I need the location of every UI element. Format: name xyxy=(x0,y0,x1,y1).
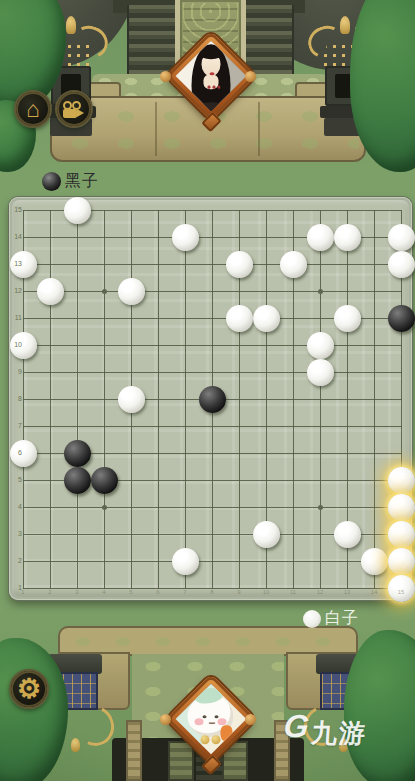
white-stone-icon xyxy=(303,610,321,628)
stone-white-O2[interactable] xyxy=(388,548,415,575)
stone-white-C15[interactable] xyxy=(64,197,91,224)
col-label-5: 5 xyxy=(127,589,135,595)
star-point xyxy=(318,505,323,510)
row-label-13: 13 xyxy=(12,260,22,267)
star-point xyxy=(318,289,323,294)
col-label-1: 1 xyxy=(19,589,27,595)
col-label-2: 2 xyxy=(46,589,54,595)
stone-black-C5[interactable] xyxy=(64,467,91,494)
record-button[interactable] xyxy=(55,90,93,128)
white-player-label: 白子 xyxy=(303,608,359,629)
row-label-7: 7 xyxy=(12,422,22,429)
col-label-11: 11 xyxy=(289,589,297,595)
stone-white-L9[interactable] xyxy=(307,359,334,386)
stone-white-L10[interactable] xyxy=(307,332,334,359)
row-label-9: 9 xyxy=(12,368,22,375)
black-player-label: 黑子 xyxy=(42,171,99,192)
col-label-6: 6 xyxy=(154,589,162,595)
black-stone-icon xyxy=(42,172,61,191)
stone-black-O11[interactable] xyxy=(388,305,415,332)
col-label-7: 7 xyxy=(181,589,189,595)
frame-ornament-left xyxy=(160,71,171,82)
board[interactable]: 151413121110987654321 123456789101112131… xyxy=(9,197,412,600)
stone-white-M14[interactable] xyxy=(334,224,361,251)
home-button[interactable]: ⌂ xyxy=(14,90,52,128)
video-camera-icon xyxy=(63,101,85,118)
row-label-14: 14 xyxy=(12,233,22,240)
col-label-8: 8 xyxy=(208,589,216,595)
row-label-15: 15 xyxy=(12,206,22,213)
stone-white-G2[interactable] xyxy=(172,548,199,575)
watermark-logo-icon: G xyxy=(282,710,310,742)
stairs-right-decor xyxy=(246,5,294,79)
black-player-text: 黑子 xyxy=(65,171,99,192)
col-label-15: 15 xyxy=(397,589,405,595)
row-label-11: 11 xyxy=(12,314,22,321)
watermark-text: 九游 xyxy=(310,716,368,751)
carved-pillar-left-decor xyxy=(126,720,142,781)
col-label-10: 10 xyxy=(262,589,270,595)
stone-white-J11[interactable] xyxy=(253,305,280,332)
stone-black-C6[interactable] xyxy=(64,440,91,467)
stone-white-J3[interactable] xyxy=(253,521,280,548)
col-label-12: 12 xyxy=(316,589,324,595)
frame-ornament-right xyxy=(245,71,256,82)
stone-white-O4[interactable] xyxy=(388,494,415,521)
stairs-left-decor xyxy=(127,5,175,79)
row-label-3: 3 xyxy=(12,530,22,537)
row-label-10: 10 xyxy=(12,341,22,348)
stone-white-L14[interactable] xyxy=(307,224,334,251)
stone-white-G14[interactable] xyxy=(172,224,199,251)
row-label-12: 12 xyxy=(12,287,22,294)
stone-white-K13[interactable] xyxy=(280,251,307,278)
stone-white-E8[interactable] xyxy=(118,386,145,413)
stone-white-O5[interactable] xyxy=(388,467,415,494)
stone-white-I13[interactable] xyxy=(226,251,253,278)
col-label-13: 13 xyxy=(343,589,351,595)
grid xyxy=(23,210,402,589)
lantern-finial xyxy=(66,16,76,34)
settings-button[interactable]: ⚙ xyxy=(9,669,49,709)
stone-white-O3[interactable] xyxy=(388,521,415,548)
star-point xyxy=(102,505,107,510)
row-label-8: 8 xyxy=(12,395,22,402)
row-label-2: 2 xyxy=(12,557,22,564)
stone-white-I11[interactable] xyxy=(226,305,253,332)
stone-white-O13[interactable] xyxy=(388,251,415,278)
row-label-6: 6 xyxy=(12,449,22,456)
stone-white-M3[interactable] xyxy=(334,521,361,548)
stone-white-N2[interactable] xyxy=(361,548,388,575)
col-label-9: 9 xyxy=(235,589,243,595)
row-label-5: 5 xyxy=(12,476,22,483)
watermark: G 九游 xyxy=(284,710,367,751)
home-icon: ⌂ xyxy=(26,98,40,121)
white-player-text: 白子 xyxy=(325,608,359,629)
col-label-4: 4 xyxy=(100,589,108,595)
stone-black-D5[interactable] xyxy=(91,467,118,494)
gear-icon: ⚙ xyxy=(17,676,41,703)
stone-white-E12[interactable] xyxy=(118,278,145,305)
stone-white-M11[interactable] xyxy=(334,305,361,332)
col-label-14: 14 xyxy=(370,589,378,595)
star-point xyxy=(102,289,107,294)
stone-white-O14[interactable] xyxy=(388,224,415,251)
row-label-4: 4 xyxy=(12,503,22,510)
stone-black-H8[interactable] xyxy=(199,386,226,413)
gomoku-app: ⌂ 黑子 151413121110987654321 1234567891011… xyxy=(0,0,415,781)
col-label-3: 3 xyxy=(73,589,81,595)
stone-white-B12[interactable] xyxy=(37,278,64,305)
portrait-necklace xyxy=(207,85,221,89)
